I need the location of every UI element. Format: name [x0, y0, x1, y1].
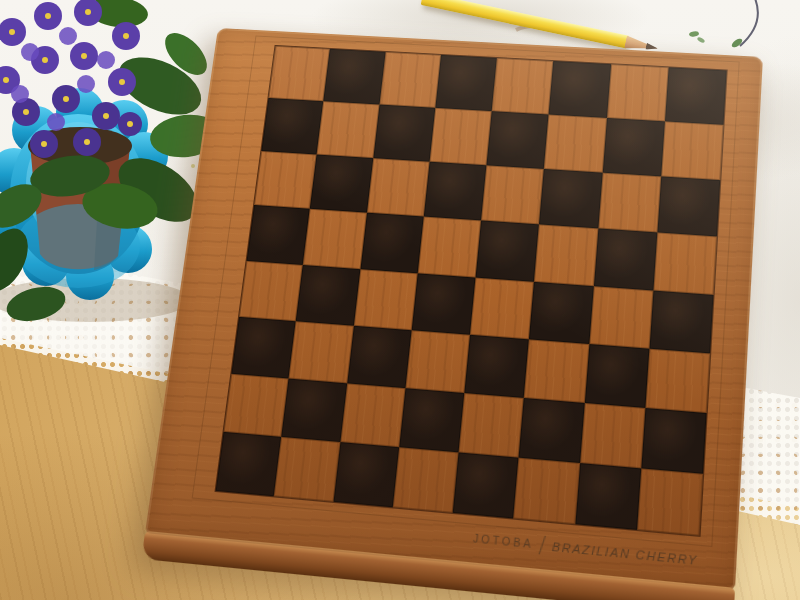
square-b6[interactable] — [310, 155, 373, 213]
square-g4[interactable] — [589, 286, 653, 349]
square-b3[interactable] — [289, 321, 354, 383]
square-f6[interactable] — [539, 169, 602, 229]
square-e2[interactable] — [459, 393, 524, 458]
square-e1[interactable] — [453, 452, 519, 518]
playing-grid — [214, 45, 727, 537]
square-f5[interactable] — [534, 225, 598, 286]
square-f7[interactable] — [544, 115, 606, 173]
square-g7[interactable] — [602, 118, 665, 177]
photo-scene: JOTOBA BRAZILIAN CHERRY — [0, 0, 800, 600]
square-f3[interactable] — [524, 339, 589, 403]
square-c7[interactable] — [373, 105, 435, 162]
square-c5[interactable] — [360, 213, 423, 273]
chessboard-top: JOTOBA BRAZILIAN CHERRY — [145, 28, 763, 590]
square-d2[interactable] — [399, 388, 464, 452]
square-a5[interactable] — [247, 205, 310, 264]
square-c1[interactable] — [333, 442, 399, 507]
square-e7[interactable] — [486, 111, 548, 169]
square-a4[interactable] — [239, 260, 303, 320]
square-b2[interactable] — [281, 378, 346, 442]
square-f1[interactable] — [513, 458, 579, 525]
square-g2[interactable] — [580, 403, 646, 469]
square-g6[interactable] — [598, 173, 661, 233]
square-d4[interactable] — [411, 273, 475, 335]
square-d6[interactable] — [423, 162, 486, 221]
square-c2[interactable] — [340, 383, 405, 447]
square-g1[interactable] — [575, 463, 641, 530]
square-h5[interactable] — [653, 233, 717, 295]
square-h4[interactable] — [649, 290, 713, 353]
square-e8[interactable] — [492, 58, 554, 115]
square-c3[interactable] — [347, 325, 412, 388]
square-f4[interactable] — [529, 281, 593, 343]
square-a7[interactable] — [261, 98, 323, 155]
brand-divider-line — [539, 536, 546, 555]
square-g8[interactable] — [606, 64, 668, 121]
brand-inscription: JOTOBA BRAZILIAN CHERRY — [472, 529, 698, 569]
square-b4[interactable] — [296, 264, 360, 325]
square-d1[interactable] — [393, 447, 459, 513]
square-f2[interactable] — [519, 398, 585, 463]
square-c4[interactable] — [353, 269, 417, 330]
chessboard-surface: JOTOBA BRAZILIAN CHERRY — [141, 28, 763, 600]
square-d8[interactable] — [435, 55, 497, 111]
square-b5[interactable] — [303, 209, 366, 269]
square-d5[interactable] — [417, 217, 481, 277]
square-g5[interactable] — [593, 229, 657, 290]
square-e3[interactable] — [464, 334, 529, 397]
square-a2[interactable] — [224, 374, 289, 437]
brand-wood-label: BRAZILIAN CHERRY — [551, 539, 698, 566]
square-a8[interactable] — [268, 46, 330, 101]
square-b1[interactable] — [274, 437, 340, 502]
square-h6[interactable] — [657, 177, 720, 237]
square-e6[interactable] — [481, 166, 544, 225]
square-a6[interactable] — [254, 151, 317, 209]
square-d3[interactable] — [405, 330, 470, 393]
chessboard: JOTOBA BRAZILIAN CHERRY — [218, 28, 764, 562]
square-f8[interactable] — [549, 61, 611, 118]
square-d7[interactable] — [429, 108, 491, 166]
square-a3[interactable] — [231, 316, 296, 378]
square-e5[interactable] — [476, 221, 540, 282]
square-a1[interactable] — [216, 432, 282, 497]
square-c8[interactable] — [379, 52, 441, 108]
square-g3[interactable] — [584, 344, 649, 408]
square-b8[interactable] — [323, 49, 385, 105]
square-h1[interactable] — [637, 468, 703, 536]
square-h3[interactable] — [645, 348, 710, 412]
square-h2[interactable] — [641, 408, 707, 474]
square-e4[interactable] — [470, 277, 534, 339]
square-h8[interactable] — [665, 67, 727, 125]
square-c6[interactable] — [366, 158, 429, 217]
square-h7[interactable] — [661, 121, 724, 180]
square-b7[interactable] — [317, 101, 379, 158]
brand-maker-label: JOTOBA — [473, 533, 534, 551]
